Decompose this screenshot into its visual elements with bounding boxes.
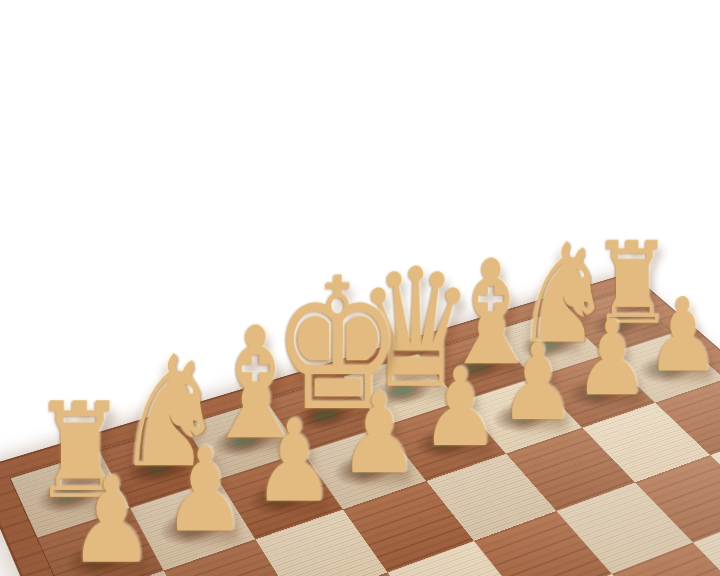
piece-white-pawn-e2: ♟ — [339, 381, 419, 487]
piece-white-pawn-f2: ♟ — [253, 407, 335, 515]
piece-white-pawn-c2: ♟ — [499, 332, 575, 433]
piece-white-pawn-g2: ♟ — [163, 435, 247, 546]
chess-board: ♜♞♝♚♛♝♞♜♟♟♟♟♟♟♟♟ — [0, 272, 720, 576]
piece-white-pawn-h2: ♟ — [68, 464, 154, 576]
board-grid: ♜♞♝♚♛♝♞♜♟♟♟♟♟♟♟♟ — [11, 291, 720, 576]
piece-white-pawn-d2: ♟ — [421, 356, 499, 459]
piece-white-pawn-b2: ♟ — [574, 309, 649, 408]
scene-3d: ♜♞♝♚♛♝♞♜♟♟♟♟♟♟♟♟ — [0, 0, 720, 576]
product-photo: ♜♞♝♚♛♝♞♜♟♟♟♟♟♟♟♟ — [0, 0, 720, 576]
piece-white-pawn-a2: ♟ — [646, 287, 719, 384]
